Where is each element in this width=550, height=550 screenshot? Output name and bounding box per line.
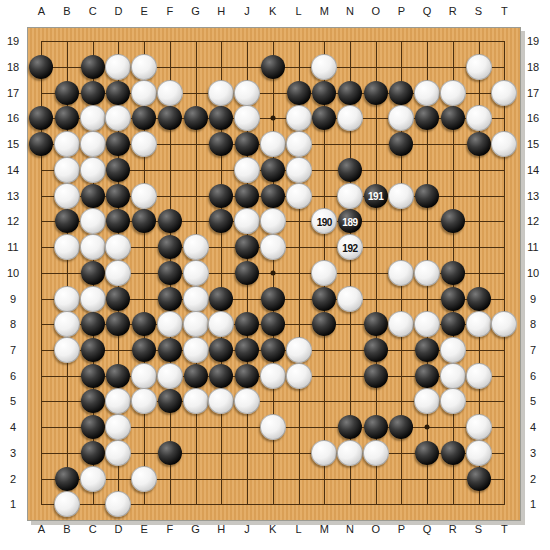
white-stone-Q8[interactable] bbox=[414, 311, 440, 337]
black-stone-F3[interactable] bbox=[158, 441, 182, 465]
black-stone-S2[interactable] bbox=[467, 467, 491, 491]
black-stone-F11[interactable] bbox=[158, 235, 182, 259]
black-stone-O4[interactable] bbox=[364, 415, 388, 439]
white-stone-C12[interactable] bbox=[80, 208, 106, 234]
white-stone-C16[interactable] bbox=[80, 105, 106, 131]
black-stone-B17[interactable] bbox=[55, 81, 79, 105]
black-stone-L17[interactable] bbox=[287, 81, 311, 105]
col-label-bottom-E: E bbox=[141, 523, 148, 534]
col-label-bottom-M: M bbox=[320, 523, 329, 534]
black-stone-O6[interactable] bbox=[364, 364, 388, 388]
row-label-left-13: 13 bbox=[7, 190, 19, 201]
black-stone-A18[interactable] bbox=[29, 55, 53, 79]
black-stone-H7[interactable] bbox=[209, 338, 233, 362]
black-stone-H6[interactable] bbox=[209, 364, 233, 388]
black-stone-F5[interactable] bbox=[158, 389, 182, 413]
white-stone-C2[interactable] bbox=[80, 466, 106, 492]
black-stone-C7[interactable] bbox=[81, 338, 105, 362]
black-stone-O17[interactable] bbox=[364, 81, 388, 105]
white-stone-M18[interactable] bbox=[311, 54, 337, 80]
black-stone-R16[interactable] bbox=[441, 106, 465, 130]
col-label-top-O: O bbox=[371, 5, 380, 16]
white-stone-M12[interactable] bbox=[311, 208, 337, 234]
row-label-left-4: 4 bbox=[10, 422, 16, 433]
row-label-left-5: 5 bbox=[10, 396, 16, 407]
white-stone-D11[interactable] bbox=[105, 234, 131, 260]
black-stone-M17[interactable] bbox=[312, 81, 336, 105]
col-label-top-Q: Q bbox=[423, 5, 432, 16]
black-stone-J6[interactable] bbox=[235, 364, 259, 388]
black-stone-G16[interactable] bbox=[184, 106, 208, 130]
col-label-bottom-P: P bbox=[398, 523, 405, 534]
row-label-left-18: 18 bbox=[7, 62, 19, 73]
white-stone-F6[interactable] bbox=[157, 363, 183, 389]
col-label-bottom-A: A bbox=[38, 523, 45, 534]
white-stone-K15[interactable] bbox=[260, 131, 286, 157]
star-point-K10 bbox=[270, 270, 275, 275]
black-stone-M9[interactable] bbox=[312, 287, 336, 311]
white-stone-S8[interactable] bbox=[466, 311, 492, 337]
row-label-right-11: 11 bbox=[527, 242, 538, 253]
col-label-bottom-B: B bbox=[63, 523, 70, 534]
white-stone-E13[interactable] bbox=[131, 183, 157, 209]
black-stone-N17[interactable] bbox=[338, 81, 362, 105]
white-stone-N11[interactable] bbox=[337, 234, 363, 260]
black-stone-K8[interactable] bbox=[261, 312, 285, 336]
white-stone-G11[interactable] bbox=[183, 234, 209, 260]
black-stone-F12[interactable] bbox=[158, 209, 182, 233]
black-stone-R8[interactable] bbox=[441, 312, 465, 336]
white-stone-M10[interactable] bbox=[311, 260, 337, 286]
star-point-Q4 bbox=[425, 425, 430, 430]
row-label-left-3: 3 bbox=[10, 447, 16, 458]
row-label-left-19: 19 bbox=[7, 36, 19, 47]
col-label-top-K: K bbox=[269, 5, 276, 16]
row-label-left-6: 6 bbox=[10, 370, 16, 381]
black-stone-F16[interactable] bbox=[158, 106, 182, 130]
white-stone-H5[interactable] bbox=[208, 388, 234, 414]
black-stone-P15[interactable] bbox=[389, 132, 413, 156]
white-stone-N13[interactable] bbox=[337, 183, 363, 209]
white-stone-L15[interactable] bbox=[286, 131, 312, 157]
black-stone-D12[interactable] bbox=[106, 209, 130, 233]
white-stone-D3[interactable] bbox=[105, 440, 131, 466]
row-label-right-9: 9 bbox=[530, 293, 536, 304]
white-stone-G9[interactable] bbox=[183, 286, 209, 312]
col-label-top-E: E bbox=[141, 5, 148, 16]
white-stone-D16[interactable] bbox=[105, 105, 131, 131]
white-stone-B9[interactable] bbox=[54, 286, 80, 312]
black-stone-J8[interactable] bbox=[235, 312, 259, 336]
col-label-top-S: S bbox=[475, 5, 482, 16]
white-stone-Q10[interactable] bbox=[414, 260, 440, 286]
white-stone-B13[interactable] bbox=[54, 183, 80, 209]
black-stone-N4[interactable] bbox=[338, 415, 362, 439]
col-label-bottom-C: C bbox=[89, 523, 97, 534]
black-stone-E7[interactable] bbox=[132, 338, 156, 362]
white-stone-L16[interactable] bbox=[286, 105, 312, 131]
white-stone-P13[interactable] bbox=[388, 183, 414, 209]
white-stone-P8[interactable] bbox=[388, 311, 414, 337]
white-stone-O3[interactable] bbox=[363, 440, 389, 466]
white-stone-E18[interactable] bbox=[131, 54, 157, 80]
col-label-top-M: M bbox=[320, 5, 329, 16]
black-stone-D13[interactable] bbox=[106, 184, 130, 208]
black-stone-H12[interactable] bbox=[209, 209, 233, 233]
black-stone-H15[interactable] bbox=[209, 132, 233, 156]
black-stone-Q16[interactable] bbox=[415, 106, 439, 130]
black-stone-F9[interactable] bbox=[158, 287, 182, 311]
black-stone-A15[interactable] bbox=[29, 132, 53, 156]
white-stone-B11[interactable] bbox=[54, 234, 80, 260]
white-stone-L14[interactable] bbox=[286, 157, 312, 183]
black-stone-E16[interactable] bbox=[132, 106, 156, 130]
black-stone-H16[interactable] bbox=[209, 106, 233, 130]
white-stone-T8[interactable] bbox=[491, 311, 517, 337]
white-stone-K11[interactable] bbox=[260, 234, 286, 260]
row-label-right-17: 17 bbox=[527, 87, 539, 98]
row-label-left-14: 14 bbox=[7, 164, 19, 175]
row-label-right-4: 4 bbox=[530, 422, 536, 433]
col-label-top-B: B bbox=[63, 5, 70, 16]
row-label-right-19: 19 bbox=[527, 36, 539, 47]
white-stone-C15[interactable] bbox=[80, 131, 106, 157]
black-stone-G6[interactable] bbox=[184, 364, 208, 388]
white-stone-F8[interactable] bbox=[157, 311, 183, 337]
col-label-top-R: R bbox=[449, 5, 457, 16]
row-label-right-1: 1 bbox=[530, 499, 536, 510]
black-stone-J7[interactable] bbox=[235, 338, 259, 362]
white-stone-S18[interactable] bbox=[466, 54, 492, 80]
white-stone-K6[interactable] bbox=[260, 363, 286, 389]
white-stone-P16[interactable] bbox=[388, 105, 414, 131]
white-stone-E2[interactable] bbox=[131, 466, 157, 492]
white-stone-G10[interactable] bbox=[183, 260, 209, 286]
white-stone-C9[interactable] bbox=[80, 286, 106, 312]
row-label-right-13: 13 bbox=[527, 190, 539, 201]
white-stone-R6[interactable] bbox=[440, 363, 466, 389]
white-stone-B1[interactable] bbox=[54, 491, 80, 517]
white-stone-L7[interactable] bbox=[286, 337, 312, 363]
white-stone-H17[interactable] bbox=[208, 80, 234, 106]
black-stone-O7[interactable] bbox=[364, 338, 388, 362]
white-stone-J12[interactable] bbox=[234, 208, 260, 234]
white-stone-F17[interactable] bbox=[157, 80, 183, 106]
row-label-right-7: 7 bbox=[530, 344, 536, 355]
row-label-right-14: 14 bbox=[527, 164, 539, 175]
row-label-left-15: 15 bbox=[7, 139, 19, 150]
black-stone-H9[interactable] bbox=[209, 287, 233, 311]
black-stone-C8[interactable] bbox=[81, 312, 105, 336]
col-label-bottom-D: D bbox=[114, 523, 122, 534]
go-board[interactable]: 189190191192 bbox=[27, 27, 521, 521]
white-stone-J14[interactable] bbox=[234, 157, 260, 183]
row-label-left-1: 1 bbox=[10, 499, 16, 510]
white-stone-Q5[interactable] bbox=[414, 388, 440, 414]
row-label-left-11: 11 bbox=[7, 242, 18, 253]
white-stone-K4[interactable] bbox=[260, 414, 286, 440]
row-label-right-10: 10 bbox=[527, 267, 539, 278]
white-stone-G7[interactable] bbox=[183, 337, 209, 363]
col-label-bottom-O: O bbox=[371, 523, 380, 534]
white-stone-B15[interactable] bbox=[54, 131, 80, 157]
row-label-right-15: 15 bbox=[527, 139, 539, 150]
col-label-top-P: P bbox=[398, 5, 405, 16]
white-stone-L6[interactable] bbox=[286, 363, 312, 389]
black-stone-R12[interactable] bbox=[441, 209, 465, 233]
black-stone-J10[interactable] bbox=[235, 261, 259, 285]
white-stone-N3[interactable] bbox=[337, 440, 363, 466]
black-stone-D8[interactable] bbox=[106, 312, 130, 336]
col-label-top-C: C bbox=[89, 5, 97, 16]
white-stone-E5[interactable] bbox=[131, 388, 157, 414]
white-stone-D1[interactable] bbox=[105, 491, 131, 517]
white-stone-L13[interactable] bbox=[286, 183, 312, 209]
black-stone-B12[interactable] bbox=[55, 209, 79, 233]
black-stone-M16[interactable] bbox=[312, 106, 336, 130]
col-label-bottom-S: S bbox=[475, 523, 482, 534]
black-stone-K7[interactable] bbox=[261, 338, 285, 362]
row-label-left-17: 17 bbox=[7, 87, 19, 98]
row-label-right-12: 12 bbox=[527, 216, 539, 227]
black-stone-A16[interactable] bbox=[29, 106, 53, 130]
col-label-bottom-N: N bbox=[346, 523, 354, 534]
white-stone-N9[interactable] bbox=[337, 286, 363, 312]
white-stone-B7[interactable] bbox=[54, 337, 80, 363]
black-stone-E12[interactable] bbox=[132, 209, 156, 233]
white-stone-Q17[interactable] bbox=[414, 80, 440, 106]
black-stone-C10[interactable] bbox=[81, 261, 105, 285]
black-stone-F7[interactable] bbox=[158, 338, 182, 362]
black-stone-P17[interactable] bbox=[389, 81, 413, 105]
white-stone-C14[interactable] bbox=[80, 157, 106, 183]
row-label-left-2: 2 bbox=[10, 473, 16, 484]
white-stone-K12[interactable] bbox=[260, 208, 286, 234]
col-label-top-A: A bbox=[38, 5, 45, 16]
row-label-right-5: 5 bbox=[530, 396, 536, 407]
white-stone-R7[interactable] bbox=[440, 337, 466, 363]
black-stone-C13[interactable] bbox=[81, 184, 105, 208]
row-label-left-12: 12 bbox=[7, 216, 19, 227]
col-label-top-T: T bbox=[501, 5, 508, 16]
white-stone-C11[interactable] bbox=[80, 234, 106, 260]
row-label-right-8: 8 bbox=[530, 319, 536, 330]
row-label-right-3: 3 bbox=[530, 447, 536, 458]
black-stone-D17[interactable] bbox=[106, 81, 130, 105]
black-stone-C17[interactable] bbox=[81, 81, 105, 105]
white-stone-H8[interactable] bbox=[208, 311, 234, 337]
black-stone-J13[interactable] bbox=[235, 184, 259, 208]
white-stone-G8[interactable] bbox=[183, 311, 209, 337]
black-stone-K9[interactable] bbox=[261, 287, 285, 311]
black-stone-O13[interactable] bbox=[364, 184, 388, 208]
white-stone-M3[interactable] bbox=[311, 440, 337, 466]
col-label-bottom-K: K bbox=[269, 523, 276, 534]
black-stone-K13[interactable] bbox=[261, 184, 285, 208]
black-stone-K14[interactable] bbox=[261, 158, 285, 182]
white-stone-J16[interactable] bbox=[234, 105, 260, 131]
col-label-bottom-Q: Q bbox=[423, 523, 432, 534]
black-stone-C3[interactable] bbox=[81, 441, 105, 465]
white-stone-G5[interactable] bbox=[183, 388, 209, 414]
row-label-left-9: 9 bbox=[10, 293, 16, 304]
white-stone-R17[interactable] bbox=[440, 80, 466, 106]
black-stone-R3[interactable] bbox=[441, 441, 465, 465]
row-label-left-8: 8 bbox=[10, 319, 16, 330]
black-stone-B16[interactable] bbox=[55, 106, 79, 130]
grid-hline bbox=[41, 479, 505, 480]
row-label-right-18: 18 bbox=[527, 62, 539, 73]
black-stone-D6[interactable] bbox=[106, 364, 130, 388]
black-stone-D9[interactable] bbox=[106, 287, 130, 311]
row-label-left-10: 10 bbox=[7, 267, 19, 278]
white-stone-T15[interactable] bbox=[491, 131, 517, 157]
col-label-bottom-J: J bbox=[244, 523, 250, 534]
black-stone-E8[interactable] bbox=[132, 312, 156, 336]
col-label-bottom-T: T bbox=[501, 523, 508, 534]
white-stone-D18[interactable] bbox=[105, 54, 131, 80]
col-label-bottom-G: G bbox=[191, 523, 200, 534]
row-label-right-6: 6 bbox=[530, 370, 536, 381]
white-stone-B8[interactable] bbox=[54, 311, 80, 337]
white-stone-E6[interactable] bbox=[131, 363, 157, 389]
black-stone-Q3[interactable] bbox=[415, 441, 439, 465]
black-stone-Q6[interactable] bbox=[415, 364, 439, 388]
black-stone-R9[interactable] bbox=[441, 287, 465, 311]
row-label-right-2: 2 bbox=[530, 473, 536, 484]
row-label-right-16: 16 bbox=[527, 113, 539, 124]
black-stone-C6[interactable] bbox=[81, 364, 105, 388]
black-stone-C18[interactable] bbox=[81, 55, 105, 79]
white-stone-J17[interactable] bbox=[234, 80, 260, 106]
black-stone-J15[interactable] bbox=[235, 132, 259, 156]
white-stone-E15[interactable] bbox=[131, 131, 157, 157]
white-stone-N16[interactable] bbox=[337, 105, 363, 131]
black-stone-K18[interactable] bbox=[261, 55, 285, 79]
row-label-left-7: 7 bbox=[10, 344, 16, 355]
col-label-bottom-F: F bbox=[167, 523, 174, 534]
black-stone-J11[interactable] bbox=[235, 235, 259, 259]
black-stone-D14[interactable] bbox=[106, 158, 130, 182]
black-stone-P4[interactable] bbox=[389, 415, 413, 439]
white-stone-S16[interactable] bbox=[466, 105, 492, 131]
black-stone-N12[interactable] bbox=[338, 209, 362, 233]
black-stone-C5[interactable] bbox=[81, 389, 105, 413]
white-stone-D5[interactable] bbox=[105, 388, 131, 414]
white-stone-S3[interactable] bbox=[466, 440, 492, 466]
row-label-left-16: 16 bbox=[7, 113, 19, 124]
col-label-bottom-H: H bbox=[217, 523, 225, 534]
white-stone-D4[interactable] bbox=[105, 414, 131, 440]
col-label-top-N: N bbox=[346, 5, 354, 16]
black-stone-R10[interactable] bbox=[441, 261, 465, 285]
black-stone-C4[interactable] bbox=[81, 415, 105, 439]
white-stone-E17[interactable] bbox=[131, 80, 157, 106]
col-label-top-J: J bbox=[244, 5, 250, 16]
white-stone-P10[interactable] bbox=[388, 260, 414, 286]
white-stone-J5[interactable] bbox=[234, 388, 260, 414]
col-label-bottom-L: L bbox=[295, 523, 301, 534]
black-stone-D15[interactable] bbox=[106, 132, 130, 156]
black-stone-S9[interactable] bbox=[467, 287, 491, 311]
black-stone-B2[interactable] bbox=[55, 467, 79, 491]
black-stone-M8[interactable] bbox=[312, 312, 336, 336]
black-stone-S15[interactable] bbox=[467, 132, 491, 156]
col-label-top-L: L bbox=[295, 5, 301, 16]
col-label-bottom-R: R bbox=[449, 523, 457, 534]
white-stone-D10[interactable] bbox=[105, 260, 131, 286]
black-stone-H13[interactable] bbox=[209, 184, 233, 208]
white-stone-R5[interactable] bbox=[440, 388, 466, 414]
col-label-top-H: H bbox=[217, 5, 225, 16]
go-game-screenshot: 189190191192 AABBCCDDEEFFGGHHJJKKLLMMNNO… bbox=[0, 0, 550, 550]
star-point-K16 bbox=[270, 116, 275, 121]
col-label-top-D: D bbox=[114, 5, 122, 16]
black-stone-O8[interactable] bbox=[364, 312, 388, 336]
white-stone-S4[interactable] bbox=[466, 414, 492, 440]
white-stone-B14[interactable] bbox=[54, 157, 80, 183]
black-stone-Q7[interactable] bbox=[415, 338, 439, 362]
black-stone-N14[interactable] bbox=[338, 158, 362, 182]
white-stone-S6[interactable] bbox=[466, 363, 492, 389]
col-label-top-G: G bbox=[191, 5, 200, 16]
grid-vline bbox=[504, 41, 505, 505]
black-stone-Q13[interactable] bbox=[415, 184, 439, 208]
white-stone-T17[interactable] bbox=[491, 80, 517, 106]
black-stone-F10[interactable] bbox=[158, 261, 182, 285]
col-label-top-F: F bbox=[167, 5, 174, 16]
